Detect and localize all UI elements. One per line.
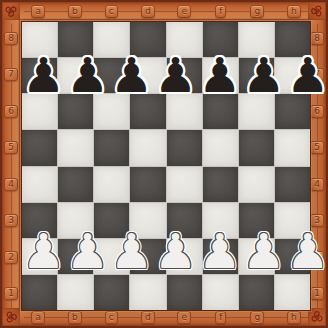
square-a5[interactable] [22, 130, 57, 165]
rank-label-text: 5 [310, 141, 324, 154]
black-pawn-f7[interactable]: ♟ [242, 51, 285, 99]
file-label-text: e [177, 311, 191, 324]
rank-label-text: 8 [310, 32, 324, 45]
rank-label-2: 2 [3, 239, 19, 276]
square-f1[interactable] [203, 275, 238, 310]
file-label-d: d [130, 309, 167, 325]
rank-label-5: 5 [309, 130, 325, 167]
file-label-text: f [215, 311, 226, 324]
rank-label-1: 1 [3, 276, 19, 313]
rank-label-3: 3 [3, 203, 19, 240]
file-label-text: g [250, 311, 264, 324]
file-label-text: a [31, 311, 45, 324]
square-g1[interactable] [239, 275, 274, 310]
black-pawn-b7[interactable]: ♟ [66, 51, 109, 99]
black-pawn-d7[interactable]: ♟ [154, 51, 197, 99]
square-b4[interactable] [58, 167, 93, 202]
file-label-text: d [141, 5, 155, 18]
white-pawn-a2[interactable]: ♟ [22, 227, 65, 275]
corner-ornament-top-left [2, 2, 20, 20]
file-label-text: h [287, 311, 301, 324]
file-label-c: c [93, 309, 130, 325]
square-a4[interactable] [22, 167, 57, 202]
square-b1[interactable] [58, 275, 93, 310]
square-f4[interactable] [203, 167, 238, 202]
square-d4[interactable] [130, 167, 165, 202]
file-label-e: e [166, 3, 203, 19]
white-pawn-d2[interactable]: ♟ [154, 227, 197, 275]
file-label-a: a [20, 3, 57, 19]
file-labels-bottom: abcdefgh [20, 309, 312, 325]
rank-label-text: 2 [4, 251, 18, 264]
rank-label-text: 4 [310, 178, 324, 191]
file-label-g: g [239, 3, 276, 19]
rank-label-text: 1 [310, 287, 324, 300]
file-label-text: f [215, 5, 226, 18]
file-label-f: f [203, 309, 240, 325]
rank-label-text: 4 [4, 178, 18, 191]
square-d1[interactable] [130, 275, 165, 310]
black-pawn-g7[interactable]: ♟ [286, 51, 328, 99]
file-label-h: h [276, 3, 313, 19]
file-label-text: g [250, 5, 264, 18]
file-labels-top: abcdefgh [20, 3, 312, 19]
file-label-a: a [20, 309, 57, 325]
square-h4[interactable] [275, 167, 310, 202]
file-label-b: b [57, 3, 94, 19]
rank-label-text: 6 [310, 105, 324, 118]
rank-label-8: 8 [3, 20, 19, 57]
file-label-text: a [31, 5, 45, 18]
square-c4[interactable] [94, 167, 129, 202]
square-c5[interactable] [94, 130, 129, 165]
rank-label-text: 3 [4, 214, 18, 227]
triskelion-icon [3, 3, 19, 19]
file-label-text: b [68, 311, 82, 324]
file-label-e: e [166, 309, 203, 325]
square-h1[interactable] [275, 275, 310, 310]
square-f5[interactable] [203, 130, 238, 165]
white-pawn-b2[interactable]: ♟ [66, 227, 109, 275]
white-pawn-c2[interactable]: ♟ [110, 227, 153, 275]
file-label-text: d [141, 311, 155, 324]
square-c1[interactable] [94, 275, 129, 310]
rank-label-4: 4 [309, 166, 325, 203]
chess-app-window: abcdefgh abcdefgh 87654321 87654321 ♟♟♟♟… [0, 0, 328, 328]
file-label-d: d [130, 3, 167, 19]
rank-label-6: 6 [3, 93, 19, 130]
rank-label-text: 6 [4, 105, 18, 118]
file-label-g: g [239, 309, 276, 325]
square-b5[interactable] [58, 130, 93, 165]
file-label-text: c [105, 5, 118, 18]
rank-label-1: 1 [309, 276, 325, 313]
square-e5[interactable] [167, 130, 202, 165]
black-pawn-a7[interactable]: ♟ [22, 51, 65, 99]
black-pawn-e7[interactable]: ♟ [198, 51, 241, 99]
square-d5[interactable] [130, 130, 165, 165]
white-pawn-f2[interactable]: ♟ [242, 227, 285, 275]
file-label-text: b [68, 5, 82, 18]
file-label-b: b [57, 309, 94, 325]
file-label-text: h [287, 5, 301, 18]
black-pawn-c7[interactable]: ♟ [110, 51, 153, 99]
rank-label-text: 8 [4, 32, 18, 45]
rank-label-7: 7 [3, 57, 19, 94]
file-label-h: h [276, 309, 313, 325]
square-a1[interactable] [22, 275, 57, 310]
file-label-text: e [177, 5, 191, 18]
square-e1[interactable] [167, 275, 202, 310]
square-h5[interactable] [275, 130, 310, 165]
rank-label-5: 5 [3, 130, 19, 167]
file-label-f: f [203, 3, 240, 19]
rank-label-text: 1 [4, 287, 18, 300]
rank-labels-left: 87654321 [3, 20, 19, 312]
rank-label-text: 5 [4, 141, 18, 154]
white-pawn-g2[interactable]: ♟ [286, 227, 328, 275]
square-g4[interactable] [239, 167, 274, 202]
white-pawn-e2[interactable]: ♟ [198, 227, 241, 275]
square-e4[interactable] [167, 167, 202, 202]
rank-label-text: 7 [4, 68, 18, 81]
square-g5[interactable] [239, 130, 274, 165]
file-label-c: c [93, 3, 130, 19]
rank-label-4: 4 [3, 166, 19, 203]
file-label-text: c [105, 311, 118, 324]
